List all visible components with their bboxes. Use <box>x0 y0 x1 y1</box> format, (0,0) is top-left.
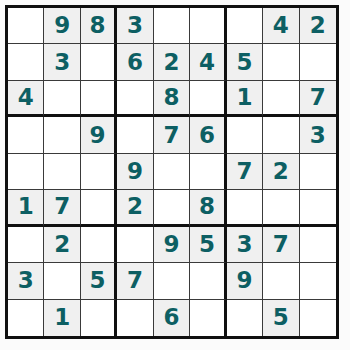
cell-r2c3[interactable] <box>81 44 117 80</box>
cell-r7c1[interactable] <box>8 227 44 263</box>
cell-r6c1: 1 <box>8 190 44 226</box>
cell-r3c7: 1 <box>227 81 263 117</box>
cell-r1c4: 3 <box>117 8 153 44</box>
cell-r7c6: 5 <box>190 227 226 263</box>
cell-r6c5[interactable] <box>154 190 190 226</box>
cell-r9c9[interactable] <box>300 300 336 336</box>
cell-r2c9[interactable] <box>300 44 336 80</box>
cell-r1c9: 2 <box>300 8 336 44</box>
cell-r5c5[interactable] <box>154 154 190 190</box>
cell-r8c4: 7 <box>117 263 153 299</box>
cell-r8c8[interactable] <box>263 263 299 299</box>
cell-r6c8[interactable] <box>263 190 299 226</box>
cell-r5c6[interactable] <box>190 154 226 190</box>
cell-r3c9: 7 <box>300 81 336 117</box>
cell-r2c8[interactable] <box>263 44 299 80</box>
cell-r8c1: 3 <box>8 263 44 299</box>
cell-r4c8[interactable] <box>263 117 299 153</box>
cell-r3c8[interactable] <box>263 81 299 117</box>
cell-r3c2[interactable] <box>44 81 80 117</box>
cell-r7c7: 3 <box>227 227 263 263</box>
cell-r5c8: 2 <box>263 154 299 190</box>
sudoku-board: 9834236245481797639721728295373579165 <box>5 5 339 339</box>
cell-r7c4[interactable] <box>117 227 153 263</box>
cell-r8c5[interactable] <box>154 263 190 299</box>
cell-r9c5: 6 <box>154 300 190 336</box>
cell-r3c3[interactable] <box>81 81 117 117</box>
cell-r4c5: 7 <box>154 117 190 153</box>
cell-r2c6: 4 <box>190 44 226 80</box>
cell-r4c6: 6 <box>190 117 226 153</box>
cell-r6c3[interactable] <box>81 190 117 226</box>
cell-r6c7[interactable] <box>227 190 263 226</box>
cell-r9c3[interactable] <box>81 300 117 336</box>
cell-r5c1[interactable] <box>8 154 44 190</box>
cell-r4c9: 3 <box>300 117 336 153</box>
cell-r1c1[interactable] <box>8 8 44 44</box>
cell-r3c1: 4 <box>8 81 44 117</box>
cell-r9c1[interactable] <box>8 300 44 336</box>
cell-r8c6[interactable] <box>190 263 226 299</box>
cell-r6c6: 8 <box>190 190 226 226</box>
cell-r3c4[interactable] <box>117 81 153 117</box>
cell-r1c5[interactable] <box>154 8 190 44</box>
cell-r4c7[interactable] <box>227 117 263 153</box>
cell-r8c9[interactable] <box>300 263 336 299</box>
cell-r5c3[interactable] <box>81 154 117 190</box>
cell-r5c2[interactable] <box>44 154 80 190</box>
cell-r1c6[interactable] <box>190 8 226 44</box>
cell-r7c2: 2 <box>44 227 80 263</box>
cell-r2c4: 6 <box>117 44 153 80</box>
cell-r1c7[interactable] <box>227 8 263 44</box>
cell-r7c5: 9 <box>154 227 190 263</box>
cell-r1c3: 8 <box>81 8 117 44</box>
cell-r4c1[interactable] <box>8 117 44 153</box>
cell-r6c9[interactable] <box>300 190 336 226</box>
cell-r3c6[interactable] <box>190 81 226 117</box>
cell-r8c2[interactable] <box>44 263 80 299</box>
cell-r4c4[interactable] <box>117 117 153 153</box>
cell-r2c2: 3 <box>44 44 80 80</box>
cell-r3c5: 8 <box>154 81 190 117</box>
cell-r5c7: 7 <box>227 154 263 190</box>
cell-r9c6[interactable] <box>190 300 226 336</box>
cell-r9c8: 5 <box>263 300 299 336</box>
cell-r9c2: 1 <box>44 300 80 336</box>
cell-r1c2: 9 <box>44 8 80 44</box>
cell-r8c3: 5 <box>81 263 117 299</box>
cell-r8c7: 9 <box>227 263 263 299</box>
cell-r7c3[interactable] <box>81 227 117 263</box>
cell-r5c9[interactable] <box>300 154 336 190</box>
cell-r6c2: 7 <box>44 190 80 226</box>
cell-r4c3: 9 <box>81 117 117 153</box>
cell-r4c2[interactable] <box>44 117 80 153</box>
cell-r6c4: 2 <box>117 190 153 226</box>
cell-r7c8: 7 <box>263 227 299 263</box>
cell-r2c7: 5 <box>227 44 263 80</box>
cell-r9c7[interactable] <box>227 300 263 336</box>
cell-r9c4[interactable] <box>117 300 153 336</box>
cell-r2c1[interactable] <box>8 44 44 80</box>
cell-r1c8: 4 <box>263 8 299 44</box>
cell-r7c9[interactable] <box>300 227 336 263</box>
cell-r5c4: 9 <box>117 154 153 190</box>
cell-r2c5: 2 <box>154 44 190 80</box>
